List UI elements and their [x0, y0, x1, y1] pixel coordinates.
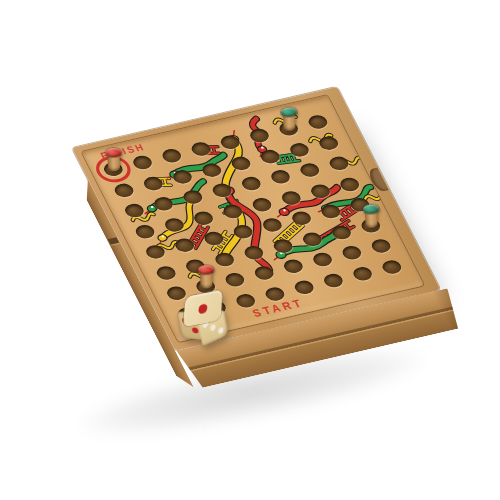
lid-face: FINISH START: [82, 95, 424, 342]
die-pip: [217, 326, 224, 334]
product-photo: FINISH START: [0, 0, 500, 500]
peg-green[interactable]: [281, 108, 298, 133]
die-pip: [198, 303, 207, 314]
peg-red[interactable]: [105, 148, 122, 173]
peg-red[interactable]: [198, 265, 215, 290]
die-pip: [210, 324, 217, 332]
die[interactable]: [178, 294, 229, 345]
game-box: FINISH START: [72, 87, 440, 351]
peg-green[interactable]: [363, 204, 380, 229]
